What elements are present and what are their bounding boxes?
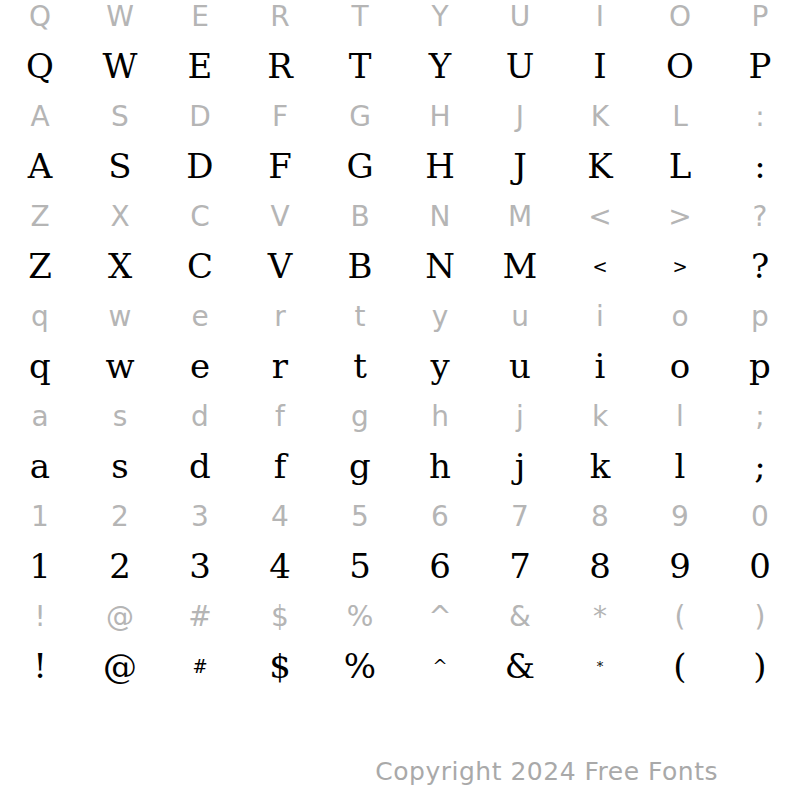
glyph-cell-r1-c3: R bbox=[240, 41, 320, 91]
glyph-cell-r2-c9: : bbox=[720, 91, 800, 141]
glyph-cell-r8-c5: h bbox=[400, 391, 480, 441]
glyph-cell-r13-c5: ^ bbox=[400, 641, 480, 691]
glyph-cell-r8-c1: s bbox=[80, 391, 160, 441]
glyph-cell-r3-c8: L bbox=[640, 141, 720, 191]
glyph-cell-r1-c5: Y bbox=[400, 41, 480, 91]
glyph-cell-r8-c0: a bbox=[0, 391, 80, 441]
glyph-cell-r12-c7: * bbox=[560, 591, 640, 641]
glyph-cell-r7-c2: e bbox=[160, 341, 240, 391]
glyph-cell-r3-c7: K bbox=[560, 141, 640, 191]
glyph-cell-r3-c4: G bbox=[320, 141, 400, 191]
glyph-cell-r6-c0: q bbox=[0, 291, 80, 341]
glyph-cell-r4-c5: N bbox=[400, 191, 480, 241]
glyph-cell-r7-c1: w bbox=[80, 341, 160, 391]
glyph-cell-r3-c9: : bbox=[720, 141, 800, 191]
glyph-cell-r7-c7: i bbox=[560, 341, 640, 391]
glyph-cell-r5-c5: N bbox=[400, 241, 480, 291]
glyph-cell-r8-c4: g bbox=[320, 391, 400, 441]
glyph-cell-r1-c2: E bbox=[160, 41, 240, 91]
glyph-cell-r2-c3: F bbox=[240, 91, 320, 141]
glyph-cell-r5-c2: C bbox=[160, 241, 240, 291]
glyph-cell-r13-c2: # bbox=[160, 641, 240, 691]
glyph-cell-r11-c7: 8 bbox=[560, 541, 640, 591]
glyph-cell-r11-c9: 0 bbox=[720, 541, 800, 591]
glyph-cell-r4-c8: > bbox=[640, 191, 720, 241]
glyph-cell-r4-c1: X bbox=[80, 191, 160, 241]
glyph-cell-r7-c8: o bbox=[640, 341, 720, 391]
glyph-cell-r1-c0: Q bbox=[0, 41, 80, 91]
glyph-cell-r3-c0: A bbox=[0, 141, 80, 191]
glyph-cell-r12-c5: ^ bbox=[400, 591, 480, 641]
glyph-cell-r9-c0: a bbox=[0, 441, 80, 491]
glyph-cell-r0-c4: T bbox=[320, 0, 400, 41]
glyph-cell-r3-c3: F bbox=[240, 141, 320, 191]
glyph-cell-r10-c1: 2 bbox=[80, 491, 160, 541]
glyph-cell-r7-c3: r bbox=[240, 341, 320, 391]
glyph-cell-r9-c6: j bbox=[480, 441, 560, 491]
glyph-cell-r9-c1: s bbox=[80, 441, 160, 491]
glyph-cell-r6-c6: u bbox=[480, 291, 560, 341]
glyph-cell-r0-c7: I bbox=[560, 0, 640, 41]
glyph-cell-r11-c1: 2 bbox=[80, 541, 160, 591]
glyph-cell-r12-c6: & bbox=[480, 591, 560, 641]
glyph-cell-r12-c9: ) bbox=[720, 591, 800, 641]
glyph-cell-r1-c9: P bbox=[720, 41, 800, 91]
glyph-cell-r8-c3: f bbox=[240, 391, 320, 441]
glyph-cell-r0-c2: E bbox=[160, 0, 240, 41]
glyph-cell-r12-c0: ! bbox=[0, 591, 80, 641]
glyph-cell-r2-c4: G bbox=[320, 91, 400, 141]
glyph-cell-r6-c3: r bbox=[240, 291, 320, 341]
glyph-cell-r13-c6: & bbox=[480, 641, 560, 691]
glyph-cell-r5-c8: > bbox=[640, 241, 720, 291]
glyph-cell-r12-c8: ( bbox=[640, 591, 720, 641]
glyph-cell-r7-c4: t bbox=[320, 341, 400, 391]
glyph-cell-r9-c2: d bbox=[160, 441, 240, 491]
glyph-cell-r10-c8: 9 bbox=[640, 491, 720, 541]
glyph-cell-r4-c4: B bbox=[320, 191, 400, 241]
glyph-cell-r9-c4: g bbox=[320, 441, 400, 491]
glyph-cell-r13-c4: % bbox=[320, 641, 400, 691]
glyph-cell-r9-c3: f bbox=[240, 441, 320, 491]
glyph-cell-r10-c6: 7 bbox=[480, 491, 560, 541]
glyph-cell-r5-c1: X bbox=[80, 241, 160, 291]
glyph-cell-r2-c0: A bbox=[0, 91, 80, 141]
glyph-cell-r3-c5: H bbox=[400, 141, 480, 191]
glyph-cell-r6-c9: p bbox=[720, 291, 800, 341]
glyph-cell-r10-c4: 5 bbox=[320, 491, 400, 541]
glyph-cell-r10-c3: 4 bbox=[240, 491, 320, 541]
glyph-cell-r8-c8: l bbox=[640, 391, 720, 441]
glyph-cell-r11-c3: 4 bbox=[240, 541, 320, 591]
glyph-cell-r4-c9: ? bbox=[720, 191, 800, 241]
glyph-cell-r6-c5: y bbox=[400, 291, 480, 341]
glyph-cell-r12-c1: @ bbox=[80, 591, 160, 641]
glyph-cell-r2-c5: H bbox=[400, 91, 480, 141]
glyph-cell-r7-c9: p bbox=[720, 341, 800, 391]
copyright-text: Copyright 2024 Free Fonts bbox=[375, 757, 718, 786]
glyph-cell-r13-c7: * bbox=[560, 641, 640, 691]
glyph-cell-r10-c5: 6 bbox=[400, 491, 480, 541]
glyph-cell-r0-c1: W bbox=[80, 0, 160, 41]
glyph-cell-r11-c2: 3 bbox=[160, 541, 240, 591]
glyph-cell-r5-c7: < bbox=[560, 241, 640, 291]
glyph-cell-r5-c9: ? bbox=[720, 241, 800, 291]
glyph-cell-r7-c5: y bbox=[400, 341, 480, 391]
glyph-cell-r10-c9: 0 bbox=[720, 491, 800, 541]
glyph-cell-r13-c0: ! bbox=[0, 641, 80, 691]
glyph-cell-r8-c9: ; bbox=[720, 391, 800, 441]
glyph-cell-r12-c2: # bbox=[160, 591, 240, 641]
glyph-cell-r0-c6: U bbox=[480, 0, 560, 41]
glyph-cell-r13-c1: @ bbox=[80, 641, 160, 691]
glyph-cell-r9-c5: h bbox=[400, 441, 480, 491]
glyph-cell-r1-c4: T bbox=[320, 41, 400, 91]
glyph-cell-r7-c6: u bbox=[480, 341, 560, 391]
glyph-cell-r11-c0: 1 bbox=[0, 541, 80, 591]
glyph-cell-r8-c2: d bbox=[160, 391, 240, 441]
glyph-cell-r12-c4: % bbox=[320, 591, 400, 641]
glyph-cell-r0-c3: R bbox=[240, 0, 320, 41]
glyph-cell-r4-c3: V bbox=[240, 191, 320, 241]
glyph-cell-r2-c1: S bbox=[80, 91, 160, 141]
glyph-cell-r5-c3: V bbox=[240, 241, 320, 291]
glyph-cell-r2-c6: J bbox=[480, 91, 560, 141]
glyph-cell-r9-c9: ; bbox=[720, 441, 800, 491]
glyph-cell-r2-c8: L bbox=[640, 91, 720, 141]
glyph-cell-r0-c8: O bbox=[640, 0, 720, 41]
glyph-cell-r1-c7: I bbox=[560, 41, 640, 91]
character-grid: QWERTYUIOPQWERTYUIOPASDFGHJKL:ASDFGHJKL:… bbox=[0, 0, 800, 691]
glyph-cell-r5-c4: B bbox=[320, 241, 400, 291]
glyph-cell-r11-c4: 5 bbox=[320, 541, 400, 591]
glyph-cell-r1-c1: W bbox=[80, 41, 160, 91]
glyph-cell-r11-c5: 6 bbox=[400, 541, 480, 591]
glyph-cell-r0-c0: Q bbox=[0, 0, 80, 41]
font-specimen-page: QWERTYUIOPQWERTYUIOPASDFGHJKL:ASDFGHJKL:… bbox=[0, 0, 800, 800]
glyph-cell-r6-c8: o bbox=[640, 291, 720, 341]
glyph-cell-r4-c0: Z bbox=[0, 191, 80, 241]
glyph-cell-r6-c2: e bbox=[160, 291, 240, 341]
glyph-cell-r2-c2: D bbox=[160, 91, 240, 141]
glyph-cell-r6-c4: t bbox=[320, 291, 400, 341]
glyph-cell-r10-c7: 8 bbox=[560, 491, 640, 541]
glyph-cell-r9-c7: k bbox=[560, 441, 640, 491]
glyph-cell-r7-c0: q bbox=[0, 341, 80, 391]
glyph-cell-r4-c2: C bbox=[160, 191, 240, 241]
glyph-cell-r13-c8: ( bbox=[640, 641, 720, 691]
glyph-cell-r13-c9: ) bbox=[720, 641, 800, 691]
glyph-cell-r0-c9: P bbox=[720, 0, 800, 41]
glyph-cell-r3-c6: J bbox=[480, 141, 560, 191]
glyph-cell-r12-c3: $ bbox=[240, 591, 320, 641]
glyph-cell-r10-c0: 1 bbox=[0, 491, 80, 541]
glyph-cell-r3-c2: D bbox=[160, 141, 240, 191]
glyph-cell-r5-c0: Z bbox=[0, 241, 80, 291]
glyph-cell-r11-c6: 7 bbox=[480, 541, 560, 591]
glyph-cell-r10-c2: 3 bbox=[160, 491, 240, 541]
glyph-cell-r1-c8: O bbox=[640, 41, 720, 91]
glyph-cell-r4-c7: < bbox=[560, 191, 640, 241]
glyph-cell-r6-c1: w bbox=[80, 291, 160, 341]
glyph-cell-r8-c7: k bbox=[560, 391, 640, 441]
glyph-cell-r4-c6: M bbox=[480, 191, 560, 241]
glyph-cell-r6-c7: i bbox=[560, 291, 640, 341]
glyph-cell-r0-c5: Y bbox=[400, 0, 480, 41]
glyph-cell-r11-c8: 9 bbox=[640, 541, 720, 591]
glyph-cell-r1-c6: U bbox=[480, 41, 560, 91]
glyph-cell-r3-c1: S bbox=[80, 141, 160, 191]
glyph-cell-r5-c6: M bbox=[480, 241, 560, 291]
glyph-cell-r2-c7: K bbox=[560, 91, 640, 141]
glyph-cell-r13-c3: $ bbox=[240, 641, 320, 691]
glyph-cell-r8-c6: j bbox=[480, 391, 560, 441]
glyph-cell-r9-c8: l bbox=[640, 441, 720, 491]
